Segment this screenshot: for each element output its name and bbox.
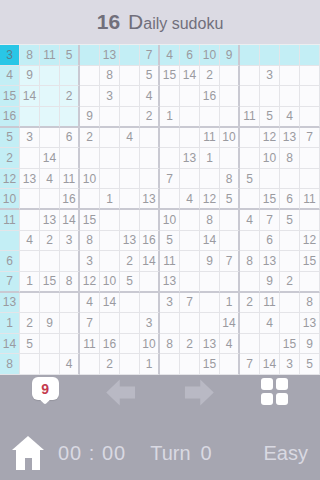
cell-r15c11[interactable]: 13 [200,334,220,355]
cell-r12c12[interactable] [220,272,240,293]
cell-r8c3[interactable] [40,189,60,210]
cell-r6c15[interactable]: 8 [280,148,300,169]
cell-r6c4[interactable] [60,148,80,169]
toolbar: 9 [0,375,320,411]
cell-r11c5[interactable]: 3 [80,251,100,272]
cell-r15c8[interactable]: 10 [140,334,160,355]
cell-r2c13[interactable] [240,66,260,87]
cell-r9c3[interactable]: 13 [40,210,60,231]
cell-r6c9[interactable] [160,148,180,169]
cell-r9c15[interactable]: 5 [280,210,300,231]
cell-r8c11[interactable]: 12 [200,189,220,210]
cell-r6c8[interactable] [140,148,160,169]
page-title: Daily sudoku [128,10,223,34]
cell-r5c12[interactable]: 10 [220,128,240,149]
cell-r1c10[interactable]: 6 [180,45,200,66]
cell-r11c2[interactable] [20,251,40,272]
cell-r4c1[interactable]: 16 [0,107,20,128]
cell-r11c1[interactable]: 6 [0,251,20,272]
cell-r7c12[interactable]: 8 [220,169,240,190]
cell-r4c5[interactable]: 9 [80,107,100,128]
cell-r6c1[interactable]: 2 [0,148,20,169]
cell-r3c13[interactable] [240,86,260,107]
cell-r11c6[interactable] [100,251,120,272]
cell-r3c8[interactable]: 4 [140,86,160,107]
cell-r1c14[interactable] [260,45,280,66]
cell-r2c15[interactable] [280,66,300,87]
cell-r16c11[interactable]: 15 [200,354,220,375]
cell-r8c8[interactable]: 13 [140,189,160,210]
cell-r16c4[interactable]: 4 [60,354,80,375]
cell-r12c3[interactable]: 15 [40,272,60,293]
cell-r5c11[interactable]: 11 [200,128,220,149]
cell-r2c8[interactable]: 5 [140,66,160,87]
cell-r3c7[interactable] [120,86,140,107]
cell-r6c7[interactable] [120,148,140,169]
cell-r12c9[interactable]: 13 [160,272,180,293]
cell-r1c6[interactable]: 13 [100,45,120,66]
cell-r7c2[interactable]: 13 [20,169,40,190]
cell-r10c14[interactable]: 6 [260,231,280,252]
cell-r16c5[interactable] [80,354,100,375]
cell-r2c11[interactable]: 2 [200,66,220,87]
page-title-number: 16 [97,10,120,34]
difficulty-badge[interactable]: Easy [264,442,308,465]
cell-r1c1[interactable]: 3 [0,45,20,66]
cell-r8c14[interactable]: 15 [260,189,280,210]
cell-r3c4[interactable]: 2 [60,86,80,107]
cell-r16c6[interactable]: 2 [100,354,120,375]
cell-r10c8[interactable]: 16 [140,231,160,252]
cell-r8c16[interactable]: 11 [300,189,320,210]
cell-r3c1[interactable]: 15 [0,86,20,107]
cell-r10c6[interactable] [100,231,120,252]
cell-r2c10[interactable]: 14 [180,66,200,87]
status-bar: 00 : 00 Turn 0 Easy [0,428,320,478]
cell-r3c11[interactable]: 16 [200,86,220,107]
cell-r7c16[interactable] [300,169,320,190]
cell-r4c11[interactable] [200,107,220,128]
cell-r12c4[interactable]: 8 [60,272,80,293]
cell-r2c4[interactable] [60,66,80,87]
cell-r14c2[interactable]: 2 [20,313,40,334]
cell-r15c4[interactable] [60,334,80,355]
cell-r12c10[interactable] [180,272,200,293]
cell-r15c7[interactable] [120,334,140,355]
cell-r4c10[interactable] [180,107,200,128]
home-icon[interactable] [12,436,44,470]
cell-r13c5[interactable]: 4 [80,293,100,314]
cell-r3c2[interactable]: 14 [20,86,40,107]
cell-r13c11[interactable] [200,293,220,314]
cell-r14c4[interactable] [60,313,80,334]
cell-r7c10[interactable] [180,169,200,190]
cell-r6c11[interactable]: 1 [200,148,220,169]
cell-r9c4[interactable]: 14 [60,210,80,231]
cell-r14c15[interactable] [280,313,300,334]
cell-r6c12[interactable] [220,148,240,169]
cell-r16c8[interactable]: 1 [140,354,160,375]
cell-r11c14[interactable]: 13 [260,251,280,272]
cell-r13c6[interactable]: 14 [100,293,120,314]
cell-r14c7[interactable] [120,313,140,334]
cell-r3c12[interactable] [220,86,240,107]
cell-r5c10[interactable] [180,128,200,149]
cell-r2c6[interactable]: 8 [100,66,120,87]
cell-r1c2[interactable]: 8 [20,45,40,66]
cell-r3c5[interactable] [80,86,100,107]
cell-r3c14[interactable] [260,86,280,107]
cell-r4c3[interactable] [40,107,60,128]
cell-r14c13[interactable] [240,313,260,334]
cell-r4c6[interactable] [100,107,120,128]
hint-count-badge[interactable]: 9 [32,377,59,400]
cell-r11c12[interactable]: 7 [220,251,240,272]
cell-r7c5[interactable]: 10 [80,169,100,190]
cell-r2c2[interactable]: 9 [20,66,40,87]
cell-r6c10[interactable]: 13 [180,148,200,169]
cell-r16c15[interactable]: 3 [280,354,300,375]
turn-value: 0 [201,442,212,465]
cell-r4c9[interactable]: 1 [160,107,180,128]
cell-r13c8[interactable] [140,293,160,314]
cell-r14c16[interactable]: 13 [300,313,320,334]
cell-r13c4[interactable] [60,293,80,314]
cell-r6c16[interactable] [300,148,320,169]
cell-r13c10[interactable]: 7 [180,293,200,314]
cell-r15c1[interactable]: 14 [0,334,20,355]
cell-r8c1[interactable]: 10 [0,189,20,210]
cell-r14c6[interactable] [100,313,120,334]
cell-r7c6[interactable] [100,169,120,190]
cell-r15c5[interactable]: 11 [80,334,100,355]
redo-arrow-right-icon[interactable] [184,379,214,406]
cell-r7c11[interactable] [200,169,220,190]
cell-r10c3[interactable]: 2 [40,231,60,252]
cell-r6c2[interactable] [20,148,40,169]
cell-r7c13[interactable]: 5 [240,169,260,190]
cell-r13c9[interactable]: 3 [160,293,180,314]
cell-r12c11[interactable] [200,272,220,293]
cell-r11c13[interactable]: 8 [240,251,260,272]
cell-r9c11[interactable]: 8 [200,210,220,231]
cell-r15c15[interactable]: 15 [280,334,300,355]
cell-r7c7[interactable] [120,169,140,190]
cell-r14c8[interactable]: 3 [140,313,160,334]
cell-r12c1[interactable]: 7 [0,272,20,293]
timer-value: 00 : 00 [58,442,126,465]
cell-r4c4[interactable] [60,107,80,128]
cell-r12c5[interactable]: 12 [80,272,100,293]
cell-r1c13[interactable] [240,45,260,66]
cell-r4c16[interactable] [300,107,320,128]
number-pad-grid-icon[interactable] [261,378,288,405]
cell-r13c3[interactable] [40,293,60,314]
cell-r2c9[interactable]: 15 [160,66,180,87]
cell-r6c5[interactable] [80,148,100,169]
cell-r14c14[interactable]: 4 [260,313,280,334]
hint-count-value: 9 [41,381,49,397]
cell-r10c4[interactable]: 3 [60,231,80,252]
cell-r5c8[interactable] [140,128,160,149]
cell-r8c7[interactable] [120,189,140,210]
cell-r2c16[interactable] [300,66,320,87]
cell-r8c10[interactable]: 4 [180,189,200,210]
cell-r11c16[interactable]: 15 [300,251,320,272]
cell-r7c9[interactable]: 7 [160,169,180,190]
cell-r16c16[interactable]: 5 [300,354,320,375]
cell-r11c10[interactable] [180,251,200,272]
cell-r13c1[interactable]: 13 [0,293,20,314]
cell-r11c11[interactable]: 9 [200,251,220,272]
cell-r13c2[interactable] [20,293,40,314]
cell-r1c5[interactable] [80,45,100,66]
cell-r11c9[interactable]: 11 [160,251,180,272]
cell-r2c14[interactable]: 3 [260,66,280,87]
cell-r1c7[interactable] [120,45,140,66]
cell-r9c14[interactable]: 7 [260,210,280,231]
cell-r4c12[interactable] [220,107,240,128]
cell-r5c1[interactable]: 5 [0,128,20,149]
cell-r9c13[interactable]: 4 [240,210,260,231]
cell-r10c10[interactable] [180,231,200,252]
cell-r5c6[interactable] [100,128,120,149]
cell-r9c6[interactable] [100,210,120,231]
cell-r15c12[interactable]: 4 [220,334,240,355]
cell-r7c8[interactable] [140,169,160,190]
cell-r6c14[interactable]: 10 [260,148,280,169]
cell-r7c15[interactable] [280,169,300,190]
cell-r15c6[interactable]: 16 [100,334,120,355]
cell-r15c16[interactable]: 9 [300,334,320,355]
app-header: 16 Daily sudoku [0,0,320,44]
cell-r4c14[interactable]: 5 [260,107,280,128]
cell-r9c2[interactable] [20,210,40,231]
cell-r12c6[interactable]: 10 [100,272,120,293]
cell-r13c16[interactable]: 8 [300,293,320,314]
cell-r12c13[interactable] [240,272,260,293]
cell-r14c12[interactable]: 14 [220,313,240,334]
cell-r8c13[interactable] [240,189,260,210]
cell-r14c5[interactable]: 7 [80,313,100,334]
cell-r5c4[interactable]: 6 [60,128,80,149]
cell-r16c3[interactable] [40,354,60,375]
cell-r1c3[interactable]: 11 [40,45,60,66]
cell-r12c16[interactable] [300,272,320,293]
cell-r12c2[interactable]: 1 [20,272,40,293]
cell-r7c3[interactable]: 4 [40,169,60,190]
cell-r2c3[interactable] [40,66,60,87]
undo-arrow-left-icon[interactable] [106,379,136,406]
cell-r3c16[interactable] [300,86,320,107]
cell-r1c15[interactable] [280,45,300,66]
cell-r5c13[interactable] [240,128,260,149]
cell-r12c8[interactable] [140,272,160,293]
cell-r1c16[interactable] [300,45,320,66]
cell-r13c7[interactable] [120,293,140,314]
cell-r15c9[interactable]: 8 [160,334,180,355]
cell-r3c10[interactable] [180,86,200,107]
cell-r3c9[interactable] [160,86,180,107]
cell-r10c7[interactable]: 13 [120,231,140,252]
cell-r2c12[interactable] [220,66,240,87]
cell-r5c3[interactable] [40,128,60,149]
app-screen: 16 Daily sudoku 381151374610949851514231… [0,0,320,480]
cell-r10c11[interactable]: 14 [200,231,220,252]
cell-r10c2[interactable]: 4 [20,231,40,252]
cell-r8c5[interactable] [80,189,100,210]
cell-r9c5[interactable]: 15 [80,210,100,231]
cell-r8c15[interactable]: 6 [280,189,300,210]
cell-r16c12[interactable] [220,354,240,375]
cell-r9c8[interactable] [140,210,160,231]
cell-r16c2[interactable] [20,354,40,375]
cell-r8c12[interactable]: 5 [220,189,240,210]
cell-r1c4[interactable]: 5 [60,45,80,66]
cell-r12c15[interactable]: 2 [280,272,300,293]
cell-r3c6[interactable]: 3 [100,86,120,107]
cell-r3c3[interactable] [40,86,60,107]
cell-r3c15[interactable] [280,86,300,107]
cell-r1c11[interactable]: 10 [200,45,220,66]
cell-r15c10[interactable]: 2 [180,334,200,355]
cell-r15c2[interactable]: 5 [20,334,40,355]
cell-r14c11[interactable] [200,313,220,334]
cell-r9c7[interactable] [120,210,140,231]
cell-r10c15[interactable] [280,231,300,252]
cell-r4c8[interactable]: 2 [140,107,160,128]
cell-r11c15[interactable] [280,251,300,272]
cell-r10c9[interactable]: 5 [160,231,180,252]
cell-r6c3[interactable]: 14 [40,148,60,169]
cell-r16c1[interactable]: 8 [0,354,20,375]
cell-r9c16[interactable] [300,210,320,231]
cell-r5c5[interactable]: 2 [80,128,100,149]
cell-r16c7[interactable] [120,354,140,375]
cell-r6c6[interactable] [100,148,120,169]
cell-r15c14[interactable] [260,334,280,355]
cell-r14c10[interactable] [180,313,200,334]
cell-r5c9[interactable] [160,128,180,149]
cell-r6c13[interactable] [240,148,260,169]
cell-r5c7[interactable]: 4 [120,128,140,149]
cell-r10c16[interactable]: 12 [300,231,320,252]
cell-r13c14[interactable]: 11 [260,293,280,314]
cell-r8c9[interactable] [160,189,180,210]
cell-r15c3[interactable] [40,334,60,355]
cell-r5c15[interactable]: 13 [280,128,300,149]
cell-r13c13[interactable]: 2 [240,293,260,314]
cell-r4c13[interactable]: 11 [240,107,260,128]
cell-r2c7[interactable] [120,66,140,87]
cell-r12c7[interactable]: 5 [120,272,140,293]
cell-r8c6[interactable]: 1 [100,189,120,210]
cell-r10c5[interactable]: 8 [80,231,100,252]
cell-r7c4[interactable]: 11 [60,169,80,190]
cell-r13c12[interactable]: 1 [220,293,240,314]
cell-r4c2[interactable] [20,107,40,128]
cell-r1c8[interactable]: 7 [140,45,160,66]
cell-r8c4[interactable]: 16 [60,189,80,210]
cell-r5c14[interactable]: 12 [260,128,280,149]
cell-r10c13[interactable] [240,231,260,252]
cell-r14c3[interactable]: 9 [40,313,60,334]
cell-r16c10[interactable] [180,354,200,375]
cell-r2c1[interactable]: 4 [0,66,20,87]
cell-r16c9[interactable] [160,354,180,375]
cell-r9c10[interactable] [180,210,200,231]
bottom-panel: 9 00 : 00 Turn 0 Easy [0,375,320,480]
cell-r5c2[interactable]: 3 [20,128,40,149]
cell-r11c4[interactable] [60,251,80,272]
cell-r11c8[interactable]: 14 [140,251,160,272]
cell-r14c1[interactable]: 1 [0,313,20,334]
turn-label: Turn [150,442,190,465]
cell-r15c13[interactable] [240,334,260,355]
cell-r12c14[interactable]: 9 [260,272,280,293]
sudoku-board: 3811513746109498515142315142341616921115… [0,44,320,375]
cell-r16c13[interactable]: 7 [240,354,260,375]
cell-r11c3[interactable] [40,251,60,272]
cell-r4c15[interactable]: 4 [280,107,300,128]
cell-r10c1[interactable] [0,231,20,252]
cell-r1c12[interactable]: 9 [220,45,240,66]
cell-r7c1[interactable]: 12 [0,169,20,190]
cell-r10c12[interactable] [220,231,240,252]
cell-r8c2[interactable] [20,189,40,210]
cell-r9c9[interactable]: 10 [160,210,180,231]
cell-r11c7[interactable]: 2 [120,251,140,272]
cell-r4c7[interactable] [120,107,140,128]
cell-r16c14[interactable]: 14 [260,354,280,375]
cell-r1c9[interactable]: 4 [160,45,180,66]
cell-r7c14[interactable] [260,169,280,190]
cell-r9c1[interactable]: 11 [0,210,20,231]
cell-r2c5[interactable] [80,66,100,87]
cell-r9c12[interactable] [220,210,240,231]
cell-r5c16[interactable]: 7 [300,128,320,149]
cell-r14c9[interactable] [160,313,180,334]
cell-r13c15[interactable] [280,293,300,314]
